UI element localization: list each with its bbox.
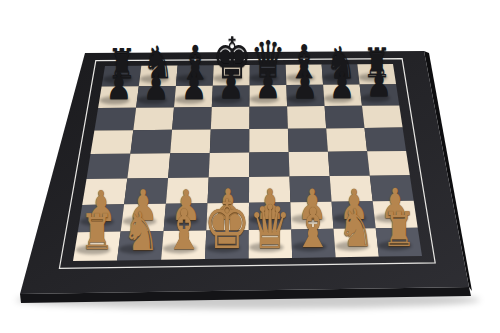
square-f6 bbox=[287, 106, 326, 129]
square-d4 bbox=[209, 153, 250, 178]
square-e4 bbox=[249, 152, 289, 177]
piece-shadow bbox=[333, 214, 366, 223]
piece-shadow bbox=[322, 74, 351, 82]
square-f5 bbox=[288, 128, 328, 152]
square-d6 bbox=[211, 107, 250, 130]
square-h5 bbox=[365, 128, 407, 152]
square-g3 bbox=[330, 176, 373, 202]
square-e6 bbox=[249, 106, 288, 129]
piece-shadow bbox=[335, 242, 369, 251]
piece-shadow bbox=[375, 213, 408, 222]
piece-shadow bbox=[213, 74, 242, 82]
square-h6 bbox=[362, 106, 403, 129]
square-c3 bbox=[166, 178, 209, 204]
piece-shadow bbox=[119, 244, 154, 254]
square-e3 bbox=[249, 177, 290, 203]
piece-shadow bbox=[163, 244, 198, 254]
square-g4 bbox=[328, 151, 370, 176]
piece-shadow bbox=[76, 245, 111, 255]
square-h4 bbox=[367, 151, 410, 176]
chess-set-photo: ♜♞♝♚♛♝♞♜♟♟♟♟♟♟♟♟♟♟♟♟♟♟♟♟♜♞♝♚♛♝♞♜ bbox=[0, 0, 500, 333]
piece-shadow bbox=[100, 96, 130, 104]
piece-shadow bbox=[286, 74, 315, 82]
piece-shadow bbox=[249, 215, 283, 224]
square-d5 bbox=[210, 129, 250, 153]
piece-shadow bbox=[249, 243, 283, 252]
square-b4 bbox=[127, 153, 170, 178]
square-b6 bbox=[133, 107, 174, 130]
piece-shadow bbox=[175, 96, 205, 104]
piece-shadow bbox=[378, 241, 412, 250]
piece-shadow bbox=[212, 95, 242, 103]
piece-shadow bbox=[324, 94, 354, 102]
square-d3 bbox=[208, 177, 250, 203]
piece-shadow bbox=[80, 217, 114, 226]
square-c4 bbox=[168, 153, 210, 178]
piece-shadow bbox=[140, 75, 169, 83]
piece-shadow bbox=[249, 95, 279, 103]
piece-shadow bbox=[176, 75, 205, 83]
piece-shadow bbox=[292, 242, 326, 251]
square-c5 bbox=[170, 129, 211, 153]
piece-shadow bbox=[165, 216, 199, 225]
piece-shadow bbox=[206, 243, 240, 252]
square-b3 bbox=[124, 178, 168, 204]
square-e5 bbox=[249, 129, 288, 153]
square-f4 bbox=[289, 152, 330, 177]
piece-shadow bbox=[122, 217, 156, 226]
square-b5 bbox=[130, 130, 172, 154]
square-a5 bbox=[91, 130, 134, 154]
square-f3 bbox=[290, 176, 332, 202]
chess-board bbox=[0, 0, 500, 333]
piece-shadow bbox=[287, 95, 317, 103]
square-a3 bbox=[82, 178, 127, 205]
piece-shadow bbox=[207, 216, 241, 225]
piece-shadow bbox=[137, 96, 167, 104]
piece-shadow bbox=[291, 214, 324, 223]
square-g5 bbox=[326, 128, 367, 152]
square-h3 bbox=[370, 175, 414, 201]
square-a6 bbox=[94, 108, 136, 131]
piece-shadow bbox=[361, 94, 390, 102]
piece-shadow bbox=[358, 73, 387, 81]
square-a4 bbox=[87, 154, 131, 179]
square-c6 bbox=[172, 107, 212, 130]
piece-shadow bbox=[103, 75, 132, 83]
square-g6 bbox=[325, 106, 365, 129]
piece-shadow bbox=[249, 74, 278, 82]
